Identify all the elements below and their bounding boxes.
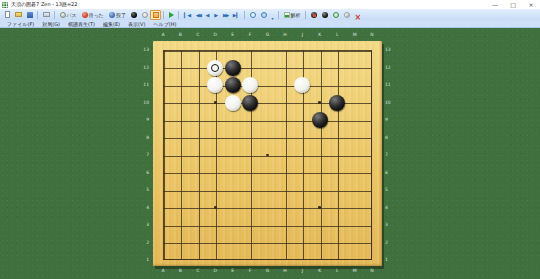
board-point-H6[interactable]	[276, 164, 293, 182]
board-point-E10[interactable]	[224, 94, 241, 112]
open-folder-icon	[15, 12, 22, 17]
row-label-right: 3	[385, 222, 397, 228]
board-point-C9[interactable]	[189, 111, 206, 129]
board-point-L8[interactable]	[328, 129, 345, 147]
territory-button[interactable]	[330, 10, 341, 20]
row-label-left: 5	[137, 187, 149, 193]
board-point-N2[interactable]	[363, 234, 380, 252]
menu-replay[interactable]: 棋譜再生(T)	[64, 20, 99, 28]
board-point-G8[interactable]	[259, 129, 276, 147]
magnifier-minus-icon	[261, 12, 267, 18]
board-point-B1[interactable]	[172, 251, 189, 269]
undo-button-label: 待った	[89, 10, 104, 20]
board-point-J2[interactable]	[294, 234, 311, 252]
last-move-button[interactable]	[230, 10, 242, 20]
board-point-K7[interactable]	[311, 146, 328, 164]
menu-view[interactable]: 表示(V)	[124, 20, 149, 28]
board-point-L4[interactable]	[328, 199, 345, 217]
board-point-E6[interactable]	[224, 164, 241, 182]
resign-button[interactable]: 投了	[106, 10, 128, 20]
board-point-E9[interactable]	[224, 111, 241, 129]
column-label-top: F	[244, 32, 256, 38]
hint-stone-button[interactable]	[308, 10, 319, 20]
board-point-A9[interactable]	[154, 111, 171, 129]
board-point-D3[interactable]	[207, 216, 224, 234]
column-label-top: H	[279, 32, 291, 38]
column-label-bottom: M	[349, 268, 361, 274]
board-point-L11[interactable]	[328, 76, 345, 94]
analyze-icon	[284, 12, 290, 18]
zoom-out-button[interactable]	[258, 10, 269, 20]
row-label-right: 9	[385, 117, 397, 123]
row-label-right: 1	[385, 257, 397, 263]
board-point-F6[interactable]	[241, 164, 258, 182]
board-point-G7[interactable]	[259, 146, 276, 164]
column-label-top: L	[331, 32, 343, 38]
board-point-H12[interactable]	[276, 59, 293, 77]
board-point-M13[interactable]	[346, 41, 363, 59]
board-point-N3[interactable]	[363, 216, 380, 234]
last-move-marker	[211, 64, 219, 72]
row-label-right: 13	[385, 47, 397, 53]
column-label-bottom: N	[366, 268, 378, 274]
row-label-right: 10	[385, 100, 397, 106]
analyze-button-label: 解析	[291, 10, 301, 20]
magnifier-plus-icon	[250, 12, 256, 18]
board-point-H13[interactable]	[276, 41, 293, 59]
board-point-B6[interactable]	[172, 164, 189, 182]
row-label-left: 2	[137, 240, 149, 246]
board-point-B10[interactable]	[172, 94, 189, 112]
menu-help[interactable]: ヘルプ(H)	[149, 20, 180, 28]
board-point-F2[interactable]	[241, 234, 258, 252]
board-point-D6[interactable]	[207, 164, 224, 182]
toolbar-separator	[54, 11, 55, 19]
new-button[interactable]	[2, 10, 12, 20]
black-stone	[312, 112, 328, 128]
board-point-A12[interactable]	[154, 59, 171, 77]
white-stone	[207, 60, 223, 76]
board-point-G3[interactable]	[259, 216, 276, 234]
black-stone	[225, 77, 241, 93]
window-title: 天頂の囲碁7 Zen - 13路=22	[11, 0, 77, 9]
board-point-A13[interactable]	[154, 41, 171, 59]
close-button[interactable]: ×	[522, 0, 540, 9]
column-label-top: D	[209, 32, 221, 38]
board-point-A3[interactable]	[154, 216, 171, 234]
board-point-B13[interactable]	[172, 41, 189, 59]
white-stone-button[interactable]	[139, 10, 150, 20]
board-point-G4[interactable]	[259, 199, 276, 217]
column-label-bottom: J	[296, 268, 308, 274]
board-point-K3[interactable]	[311, 216, 328, 234]
board-point-L10[interactable]	[328, 94, 345, 112]
board-point-D13[interactable]	[207, 41, 224, 59]
board-point-M11[interactable]	[346, 76, 363, 94]
board-point-L2[interactable]	[328, 234, 345, 252]
board-point-J5[interactable]	[294, 181, 311, 199]
board-point-B11[interactable]	[172, 76, 189, 94]
step-forward-icon	[214, 11, 218, 19]
column-label-bottom: B	[174, 268, 186, 274]
window-controls: —□×	[486, 0, 540, 9]
board-point-N8[interactable]	[363, 129, 380, 147]
board-point-C12[interactable]	[189, 59, 206, 77]
board-point-L3[interactable]	[328, 216, 345, 234]
prev-move-button[interactable]	[203, 10, 212, 20]
board-point-N12[interactable]	[363, 59, 380, 77]
board-point-K6[interactable]	[311, 164, 328, 182]
board-point-N11[interactable]	[363, 76, 380, 94]
board-point-E2[interactable]	[224, 234, 241, 252]
white-stone	[225, 95, 241, 111]
row-label-left: 3	[137, 222, 149, 228]
black-stone	[242, 95, 258, 111]
row-label-right: 4	[385, 205, 397, 211]
board-point-L9[interactable]	[328, 111, 345, 129]
skip-start-icon	[184, 11, 191, 19]
board-point-G12[interactable]	[259, 59, 276, 77]
board-point-C11[interactable]	[189, 76, 206, 94]
board-point-H5[interactable]	[276, 181, 293, 199]
board-point-B2[interactable]	[172, 234, 189, 252]
column-label-top: M	[349, 32, 361, 38]
row-label-left: 9	[137, 117, 149, 123]
new-file-icon	[5, 11, 10, 18]
board-point-C2[interactable]	[189, 234, 206, 252]
column-label-bottom: A	[157, 268, 169, 274]
zoom-in-button[interactable]	[247, 10, 258, 20]
save-icon	[27, 12, 33, 18]
row-label-left: 4	[137, 205, 149, 211]
board-point-G5[interactable]	[259, 181, 276, 199]
black-stone	[329, 95, 345, 111]
pass-button[interactable]: パス	[57, 10, 79, 20]
board-point-J7[interactable]	[294, 146, 311, 164]
column-label-top: J	[296, 32, 308, 38]
toolbar-separator	[244, 11, 245, 19]
board-point-M3[interactable]	[346, 216, 363, 234]
count-stone-button[interactable]	[319, 10, 330, 20]
board-area: AABBCCDDEEFFGGHHJJKKLLMMNN13131212111110…	[0, 28, 540, 279]
board-point-J3[interactable]	[294, 216, 311, 234]
delete-button[interactable]	[352, 10, 364, 20]
board-point-D1[interactable]	[207, 251, 224, 269]
app-icon	[2, 2, 8, 8]
board-point-J1[interactable]	[294, 251, 311, 269]
menu-bar: ファイル(F)対局(G)棋譜再生(T)編集(E)表示(V)ヘルプ(H)	[0, 20, 540, 28]
board-point-D11[interactable]	[207, 76, 224, 94]
board-point-H4[interactable]	[276, 199, 293, 217]
board-point-B4[interactable]	[172, 199, 189, 217]
board-point-F3[interactable]	[241, 216, 258, 234]
next-move-button[interactable]	[212, 10, 221, 20]
board-point-F10[interactable]	[241, 94, 258, 112]
board-point-K2[interactable]	[311, 234, 328, 252]
board-point-M4[interactable]	[346, 199, 363, 217]
board-point-B7[interactable]	[172, 146, 189, 164]
maximize-button[interactable]: □	[504, 0, 522, 9]
board-point-N6[interactable]	[363, 164, 380, 182]
board-point-M9[interactable]	[346, 111, 363, 129]
board-point-N4[interactable]	[363, 199, 380, 217]
menu-edit[interactable]: 編集(E)	[99, 20, 124, 28]
board-point-J9[interactable]	[294, 111, 311, 129]
board-point-M2[interactable]	[346, 234, 363, 252]
undo-stone-icon	[82, 12, 88, 18]
board-point-H8[interactable]	[276, 129, 293, 147]
more-tools-button[interactable]	[269, 10, 276, 20]
board-point-D4[interactable]	[207, 199, 224, 217]
app-window: 天頂の囲碁7 Zen - 13路=22 —□× パス待った投了解析 ファイル(F…	[0, 0, 540, 279]
row-label-left: 10	[137, 100, 149, 106]
board-point-C3[interactable]	[189, 216, 206, 234]
first-move-button[interactable]	[181, 10, 193, 20]
column-label-bottom: H	[279, 268, 291, 274]
board-point-M10[interactable]	[346, 94, 363, 112]
start-button[interactable]	[166, 10, 176, 20]
board-point-D9[interactable]	[207, 111, 224, 129]
board-point-F7[interactable]	[241, 146, 258, 164]
toolbar-separator	[278, 11, 279, 19]
board-point-A8[interactable]	[154, 129, 171, 147]
board-point-C8[interactable]	[189, 129, 206, 147]
board-point-J6[interactable]	[294, 164, 311, 182]
board-point-A2[interactable]	[154, 234, 171, 252]
board-point-L7[interactable]	[328, 146, 345, 164]
resign-stone-icon	[109, 12, 115, 18]
board-point-F8[interactable]	[241, 129, 258, 147]
board-point-K13[interactable]	[311, 41, 328, 59]
board-point-E4[interactable]	[224, 199, 241, 217]
board-point-H1[interactable]	[276, 251, 293, 269]
board-point-N5[interactable]	[363, 181, 380, 199]
green-magnifier-icon	[333, 12, 339, 18]
board-point-K8[interactable]	[311, 129, 328, 147]
board-point-B8[interactable]	[172, 129, 189, 147]
board-point-C4[interactable]	[189, 199, 206, 217]
board-point-K9[interactable]	[311, 111, 328, 129]
board-point-N7[interactable]	[363, 146, 380, 164]
gray-circle-icon	[344, 12, 350, 18]
row-label-right: 7	[385, 152, 397, 158]
board-point-G11[interactable]	[259, 76, 276, 94]
fast-rewind-icon	[196, 11, 201, 19]
board-point-D7[interactable]	[207, 146, 224, 164]
step-back-icon	[205, 11, 209, 19]
board-point-E3[interactable]	[224, 216, 241, 234]
board-point-K5[interactable]	[311, 181, 328, 199]
toolbar-separator	[305, 11, 306, 19]
board-point-J11[interactable]	[294, 76, 311, 94]
column-label-bottom: G	[262, 268, 274, 274]
board-point-L5[interactable]	[328, 181, 345, 199]
board-point-G10[interactable]	[259, 94, 276, 112]
column-label-bottom: L	[331, 268, 343, 274]
board-point-E5[interactable]	[224, 181, 241, 199]
column-label-bottom: C	[192, 268, 204, 274]
board-point-F1[interactable]	[241, 251, 258, 269]
board-point-B3[interactable]	[172, 216, 189, 234]
board-point-F12[interactable]	[241, 59, 258, 77]
board-point-A7[interactable]	[154, 146, 171, 164]
board-point-E8[interactable]	[224, 129, 241, 147]
board-point-C6[interactable]	[189, 164, 206, 182]
white-stone	[242, 77, 258, 93]
board-point-C1[interactable]	[189, 251, 206, 269]
board-point-G1[interactable]	[259, 251, 276, 269]
print-icon	[43, 12, 50, 17]
print-button[interactable]	[40, 10, 52, 20]
board-point-B9[interactable]	[172, 111, 189, 129]
row-label-right: 2	[385, 240, 397, 246]
column-label-top: B	[174, 32, 186, 38]
board-point-H2[interactable]	[276, 234, 293, 252]
board-point-F11[interactable]	[241, 76, 258, 94]
board-point-G13[interactable]	[259, 41, 276, 59]
board-point-A10[interactable]	[154, 94, 171, 112]
fast-forward-icon	[223, 11, 228, 19]
board-point-B5[interactable]	[172, 181, 189, 199]
board-display-button[interactable]	[150, 10, 161, 20]
board-point-M1[interactable]	[346, 251, 363, 269]
board-point-N1[interactable]	[363, 251, 380, 269]
skip-end-icon	[233, 11, 240, 19]
save-button[interactable]	[24, 10, 35, 20]
row-label-left: 1	[137, 257, 149, 263]
row-label-right: 11	[385, 82, 397, 88]
board-point-D12[interactable]	[207, 59, 224, 77]
board-point-E1[interactable]	[224, 251, 241, 269]
board-point-E11[interactable]	[224, 76, 241, 94]
row-label-left: 11	[137, 82, 149, 88]
row-label-right: 8	[385, 135, 397, 141]
fast-forward-button[interactable]	[221, 10, 231, 20]
board-point-A5[interactable]	[154, 181, 171, 199]
row-label-left: 12	[137, 65, 149, 71]
white-stone-icon	[142, 12, 148, 18]
resign-button-label: 投了	[116, 10, 126, 20]
board-point-A1[interactable]	[154, 251, 171, 269]
column-label-top: E	[227, 32, 239, 38]
row-label-left: 6	[137, 170, 149, 176]
board-point-G9[interactable]	[259, 111, 276, 129]
board-point-E12[interactable]	[224, 59, 241, 77]
analyze-button[interactable]: 解析	[281, 10, 303, 20]
fast-rewind-button[interactable]	[193, 10, 203, 20]
board-point-M5[interactable]	[346, 181, 363, 199]
board-point-L6[interactable]	[328, 164, 345, 182]
board-point-A11[interactable]	[154, 76, 171, 94]
board-point-N13[interactable]	[363, 41, 380, 59]
menu-game[interactable]: 対局(G)	[38, 20, 64, 28]
black-stone	[225, 60, 241, 76]
board-point-G2[interactable]	[259, 234, 276, 252]
black-stone-button[interactable]	[128, 10, 139, 20]
board-point-J13[interactable]	[294, 41, 311, 59]
board-point-D5[interactable]	[207, 181, 224, 199]
column-label-bottom: K	[314, 268, 326, 274]
row-label-right: 12	[385, 65, 397, 71]
board-point-J12[interactable]	[294, 59, 311, 77]
board-point-F13[interactable]	[241, 41, 258, 59]
board-point-L12[interactable]	[328, 59, 345, 77]
column-label-top: N	[366, 32, 378, 38]
column-label-bottom: D	[209, 268, 221, 274]
board-point-K4[interactable]	[311, 199, 328, 217]
board-point-K10[interactable]	[311, 94, 328, 112]
column-label-top: C	[192, 32, 204, 38]
board-point-C5[interactable]	[189, 181, 206, 199]
board-point-K1[interactable]	[311, 251, 328, 269]
column-label-bottom: E	[227, 268, 239, 274]
row-label-right: 5	[385, 187, 397, 193]
board-point-D10[interactable]	[207, 94, 224, 112]
menu-file[interactable]: ファイル(F)	[3, 20, 38, 28]
board-point-C7[interactable]	[189, 146, 206, 164]
board-point-H9[interactable]	[276, 111, 293, 129]
board-point-M12[interactable]	[346, 59, 363, 77]
board-point-F4[interactable]	[241, 199, 258, 217]
board-point-H11[interactable]	[276, 76, 293, 94]
board-point-M6[interactable]	[346, 164, 363, 182]
column-label-top: A	[157, 32, 169, 38]
title-bar: 天頂の囲碁7 Zen - 13路=22 —□×	[0, 0, 540, 9]
toolbar: パス待った投了解析	[0, 9, 540, 20]
board-point-J4[interactable]	[294, 199, 311, 217]
board-point-L1[interactable]	[328, 251, 345, 269]
board-point-J8[interactable]	[294, 129, 311, 147]
board-point-N10[interactable]	[363, 94, 380, 112]
board-points-grid	[154, 41, 380, 269]
board-point-M7[interactable]	[346, 146, 363, 164]
board-point-L13[interactable]	[328, 41, 345, 59]
board-point-E13[interactable]	[224, 41, 241, 59]
board-point-H3[interactable]	[276, 216, 293, 234]
row-label-right: 6	[385, 170, 397, 176]
board-point-J10[interactable]	[294, 94, 311, 112]
board-point-H7[interactable]	[276, 146, 293, 164]
board-point-C10[interactable]	[189, 94, 206, 112]
board-point-E7[interactable]	[224, 146, 241, 164]
white-stone	[294, 77, 310, 93]
board-point-C13[interactable]	[189, 41, 206, 59]
board-point-G6[interactable]	[259, 164, 276, 182]
row-label-left: 7	[137, 152, 149, 158]
eraser-button[interactable]	[341, 10, 352, 20]
board-point-N9[interactable]	[363, 111, 380, 129]
board-point-H10[interactable]	[276, 94, 293, 112]
minimize-button[interactable]: —	[486, 0, 504, 9]
board-point-K11[interactable]	[311, 76, 328, 94]
board-point-F9[interactable]	[241, 111, 258, 129]
toolbar-separator	[37, 11, 38, 19]
white-stone	[207, 77, 223, 93]
open-button[interactable]	[12, 10, 24, 20]
board-point-D8[interactable]	[207, 129, 224, 147]
board-point-F5[interactable]	[241, 181, 258, 199]
row-label-left: 8	[137, 135, 149, 141]
column-label-top: K	[314, 32, 326, 38]
board-point-M8[interactable]	[346, 129, 363, 147]
undo-button[interactable]: 待った	[79, 10, 106, 20]
board-point-K12[interactable]	[311, 59, 328, 77]
board-point-D2[interactable]	[207, 234, 224, 252]
board-point-B12[interactable]	[172, 59, 189, 77]
row-label-left: 13	[137, 47, 149, 53]
board-point-A6[interactable]	[154, 164, 171, 182]
board-point-A4[interactable]	[154, 199, 171, 217]
